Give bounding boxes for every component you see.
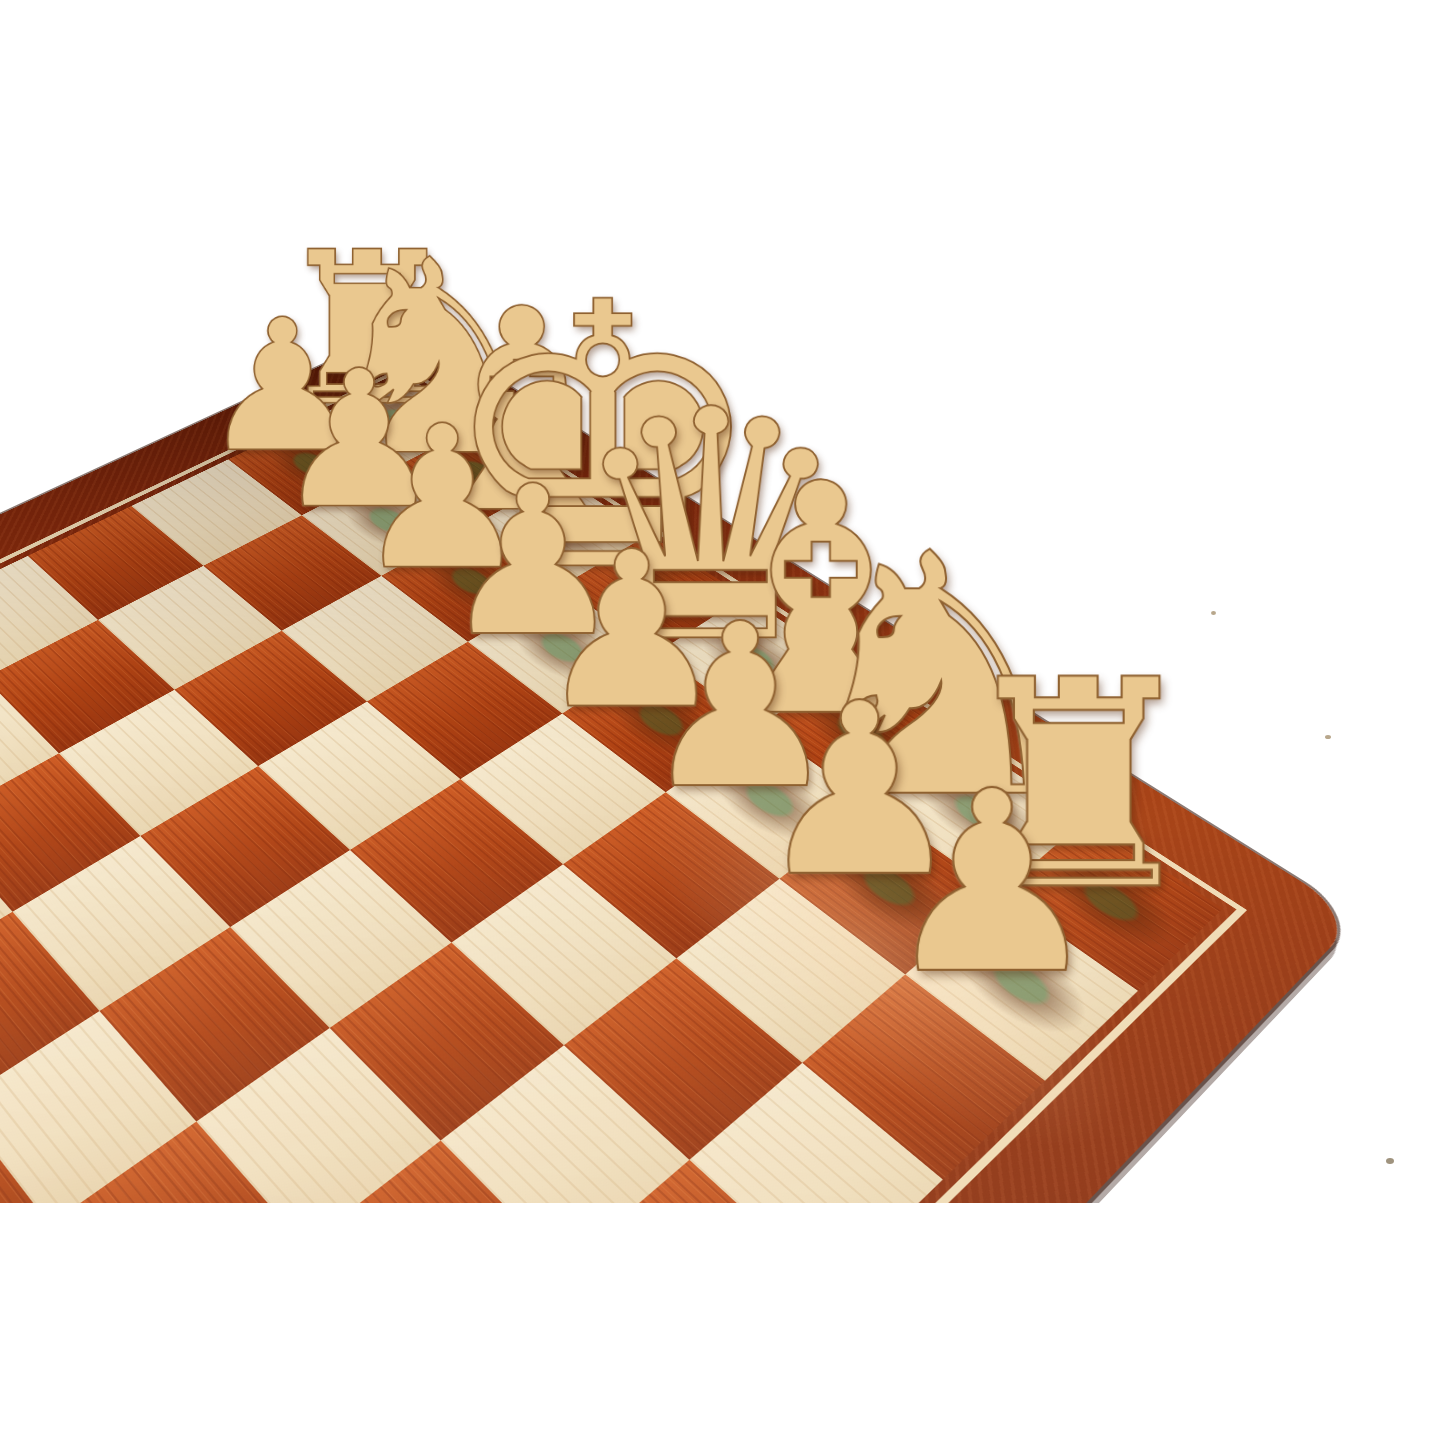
chess-board: ♜♟♞♟♝♟♚♟♛♟♝♟♞♟♜♟ [0,324,1359,1203]
dust-speck [1211,611,1216,615]
dust-speck [1386,1158,1394,1164]
chess-set-photo: ♜♟♞♟♝♟♚♟♛♟♝♟♞♟♜♟ [0,0,1445,1445]
dust-speck [1325,735,1331,739]
piece-white-pawn-a2: ♟ [774,759,1210,1009]
photo-crop-area: ♜♟♞♟♝♟♚♟♛♟♝♟♞♟♜♟ [0,0,1445,1203]
